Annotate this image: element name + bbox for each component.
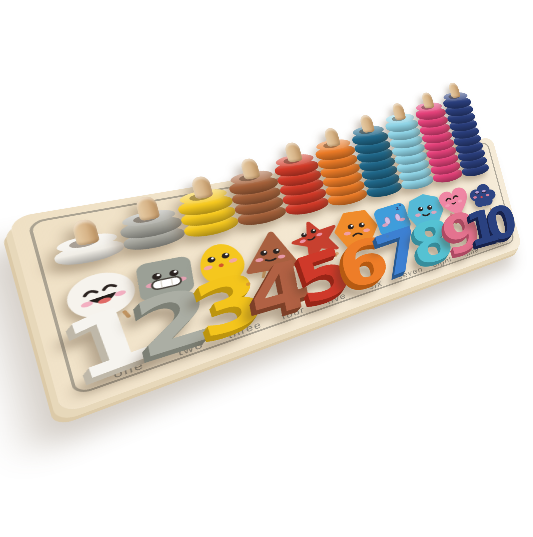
- board: one1two2three3four4five5six6sevenzz7eigh…: [8, 137, 522, 415]
- ring-stack-6[interactable]: [330, 200, 368, 209]
- ring-stack-4[interactable]: [240, 218, 288, 229]
- ring-stack-10[interactable]: [464, 172, 490, 178]
- ring-stack-8[interactable]: [403, 185, 435, 192]
- toy-photo-scene: one1two2three3four4five5six6sevenzz7eigh…: [0, 0, 533, 537]
